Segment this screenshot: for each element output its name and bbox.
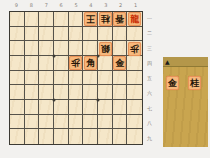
square-1三: 歩: [127, 41, 142, 56]
hand-pieces: 金桂: [166, 76, 201, 90]
rank-labels: 一二三四五六七八九: [145, 11, 154, 145]
rank-label: 五: [145, 71, 154, 86]
piece-王-gote[interactable]: 王: [84, 12, 97, 26]
rank-label: 三: [145, 41, 154, 56]
rank-label: 六: [145, 85, 154, 100]
piece-歩-gote[interactable]: 歩: [128, 42, 141, 56]
file-labels: 987654321: [9, 1, 143, 9]
piece-金-sente[interactable]: 金: [113, 56, 126, 70]
file-label: 8: [24, 1, 39, 9]
hand-piece-桂[interactable]: 桂: [188, 76, 201, 90]
tsume-shogi-widget: 987654321 一二三四五六七八九 王桂香龍銀歩歩角金 ▲ 金桂: [0, 0, 210, 158]
rank-label: 八: [145, 115, 154, 130]
piece-香-gote[interactable]: 香: [113, 12, 126, 26]
piece-角-sente[interactable]: 角: [84, 56, 97, 70]
file-label: 3: [98, 1, 113, 9]
file-label: 6: [54, 1, 69, 9]
file-label: 7: [39, 1, 54, 9]
square-3一: 桂: [98, 12, 113, 27]
rank-label: 二: [145, 26, 154, 41]
piece-龍-sente[interactable]: 龍: [128, 12, 141, 26]
square-1一: 龍: [127, 12, 142, 27]
komadai-sente: ▲ 金桂: [163, 57, 208, 147]
rank-label: 四: [145, 56, 154, 71]
piece-歩-gote[interactable]: 歩: [69, 56, 82, 70]
square-5四: 歩: [69, 56, 84, 71]
square-2一: 香: [113, 12, 128, 27]
file-label: 5: [69, 1, 84, 9]
shogi-board: 王桂香龍銀歩歩角金: [9, 11, 143, 145]
file-label: 1: [128, 1, 143, 9]
file-label: 4: [83, 1, 98, 9]
sente-marker: ▲: [165, 57, 170, 67]
piece-layer: 王桂香龍銀歩歩角金: [10, 12, 142, 144]
file-label: 9: [9, 1, 24, 9]
square-4一: 王: [83, 12, 98, 27]
file-label: 2: [113, 1, 128, 9]
piece-桂-gote[interactable]: 桂: [99, 12, 112, 26]
rank-label: 九: [145, 130, 154, 145]
rank-label: 七: [145, 100, 154, 115]
rank-label: 一: [145, 11, 154, 26]
hand-piece-金[interactable]: 金: [166, 76, 179, 90]
square-2四: 金: [113, 56, 128, 71]
piece-銀-gote[interactable]: 銀: [99, 42, 112, 56]
square-4四: 角: [83, 56, 98, 71]
square-3三: 銀: [98, 41, 113, 56]
